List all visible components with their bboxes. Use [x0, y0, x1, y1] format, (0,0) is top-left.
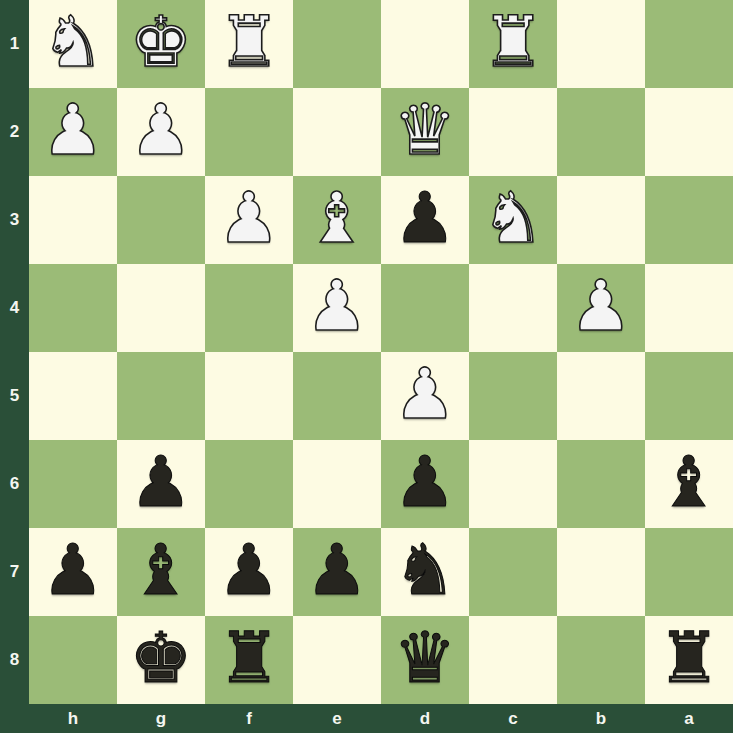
file-label-e: e [293, 704, 381, 733]
white-knight[interactable]: ♞ [482, 183, 545, 253]
square-e8[interactable] [293, 616, 381, 704]
square-h7[interactable]: ♟ [29, 528, 117, 616]
rank-label-5: 5 [0, 352, 29, 440]
square-g5[interactable] [117, 352, 205, 440]
square-c6[interactable] [469, 440, 557, 528]
square-g7[interactable]: ♝ [117, 528, 205, 616]
white-pawn[interactable]: ♟ [130, 95, 193, 165]
square-g6[interactable]: ♟ [117, 440, 205, 528]
square-g3[interactable] [117, 176, 205, 264]
file-label-b: b [557, 704, 645, 733]
rank-label-4: 4 [0, 264, 29, 352]
file-label-f: f [205, 704, 293, 733]
square-b8[interactable] [557, 616, 645, 704]
square-d7[interactable]: ♞ [381, 528, 469, 616]
square-d2[interactable]: ♛ [381, 88, 469, 176]
square-d3[interactable]: ♟ [381, 176, 469, 264]
square-f7[interactable]: ♟ [205, 528, 293, 616]
square-e3[interactable]: ♝ [293, 176, 381, 264]
chess-board: 1♞♚♜♜2♟♟♛3♟♝♟♞4♟♟5♟6♟♟♝7♟♝♟♟♞8♚♜♛♜hgfedc… [0, 0, 733, 733]
square-d1[interactable] [381, 0, 469, 88]
black-pawn[interactable]: ♟ [394, 183, 457, 253]
square-h4[interactable] [29, 264, 117, 352]
square-d8[interactable]: ♛ [381, 616, 469, 704]
white-pawn[interactable]: ♟ [218, 183, 281, 253]
square-g2[interactable]: ♟ [117, 88, 205, 176]
square-e4[interactable]: ♟ [293, 264, 381, 352]
square-g4[interactable] [117, 264, 205, 352]
black-bishop[interactable]: ♝ [130, 535, 193, 605]
square-c5[interactable] [469, 352, 557, 440]
square-f8[interactable]: ♜ [205, 616, 293, 704]
rank-label-2: 2 [0, 88, 29, 176]
rank-label-1: 1 [0, 0, 29, 88]
square-b4[interactable]: ♟ [557, 264, 645, 352]
square-h3[interactable] [29, 176, 117, 264]
black-pawn[interactable]: ♟ [42, 535, 105, 605]
square-f4[interactable] [205, 264, 293, 352]
square-d6[interactable]: ♟ [381, 440, 469, 528]
black-rook[interactable]: ♜ [218, 623, 281, 693]
square-b1[interactable] [557, 0, 645, 88]
square-e1[interactable] [293, 0, 381, 88]
file-label-d: d [381, 704, 469, 733]
square-g8[interactable]: ♚ [117, 616, 205, 704]
black-pawn[interactable]: ♟ [394, 447, 457, 517]
square-b2[interactable] [557, 88, 645, 176]
square-e6[interactable] [293, 440, 381, 528]
square-d5[interactable]: ♟ [381, 352, 469, 440]
black-pawn[interactable]: ♟ [306, 535, 369, 605]
square-f1[interactable]: ♜ [205, 0, 293, 88]
white-rook[interactable]: ♜ [482, 7, 545, 77]
square-a7[interactable] [645, 528, 733, 616]
rank-label-8: 8 [0, 616, 29, 704]
white-pawn[interactable]: ♟ [42, 95, 105, 165]
square-e7[interactable]: ♟ [293, 528, 381, 616]
square-c3[interactable]: ♞ [469, 176, 557, 264]
black-knight[interactable]: ♞ [394, 535, 457, 605]
square-f3[interactable]: ♟ [205, 176, 293, 264]
file-label-c: c [469, 704, 557, 733]
black-pawn[interactable]: ♟ [218, 535, 281, 605]
white-king[interactable]: ♚ [130, 7, 193, 77]
rank-label-3: 3 [0, 176, 29, 264]
square-d4[interactable] [381, 264, 469, 352]
square-e5[interactable] [293, 352, 381, 440]
square-a6[interactable]: ♝ [645, 440, 733, 528]
square-f5[interactable] [205, 352, 293, 440]
square-c4[interactable] [469, 264, 557, 352]
frame-corner [0, 704, 29, 733]
square-h2[interactable]: ♟ [29, 88, 117, 176]
square-c1[interactable]: ♜ [469, 0, 557, 88]
rank-label-6: 6 [0, 440, 29, 528]
square-a8[interactable]: ♜ [645, 616, 733, 704]
black-pawn[interactable]: ♟ [130, 447, 193, 517]
black-bishop[interactable]: ♝ [658, 447, 721, 517]
square-h8[interactable] [29, 616, 117, 704]
square-a5[interactable] [645, 352, 733, 440]
square-b5[interactable] [557, 352, 645, 440]
white-queen[interactable]: ♛ [394, 95, 457, 165]
white-pawn[interactable]: ♟ [306, 271, 369, 341]
square-a1[interactable] [645, 0, 733, 88]
square-a3[interactable] [645, 176, 733, 264]
file-label-g: g [117, 704, 205, 733]
square-c8[interactable] [469, 616, 557, 704]
black-queen[interactable]: ♛ [394, 623, 457, 693]
square-c2[interactable] [469, 88, 557, 176]
square-h6[interactable] [29, 440, 117, 528]
black-rook[interactable]: ♜ [658, 623, 721, 693]
square-e2[interactable] [293, 88, 381, 176]
square-a2[interactable] [645, 88, 733, 176]
rank-label-7: 7 [0, 528, 29, 616]
square-f2[interactable] [205, 88, 293, 176]
square-c7[interactable] [469, 528, 557, 616]
white-knight[interactable]: ♞ [42, 7, 105, 77]
white-rook[interactable]: ♜ [218, 7, 281, 77]
black-king[interactable]: ♚ [130, 623, 193, 693]
square-a4[interactable] [645, 264, 733, 352]
white-pawn[interactable]: ♟ [570, 271, 633, 341]
white-pawn[interactable]: ♟ [394, 359, 457, 429]
square-b3[interactable] [557, 176, 645, 264]
square-b6[interactable] [557, 440, 645, 528]
file-label-a: a [645, 704, 733, 733]
square-b7[interactable] [557, 528, 645, 616]
square-h1[interactable]: ♞ [29, 0, 117, 88]
square-g1[interactable]: ♚ [117, 0, 205, 88]
file-label-h: h [29, 704, 117, 733]
square-h5[interactable] [29, 352, 117, 440]
white-bishop[interactable]: ♝ [306, 183, 369, 253]
square-f6[interactable] [205, 440, 293, 528]
